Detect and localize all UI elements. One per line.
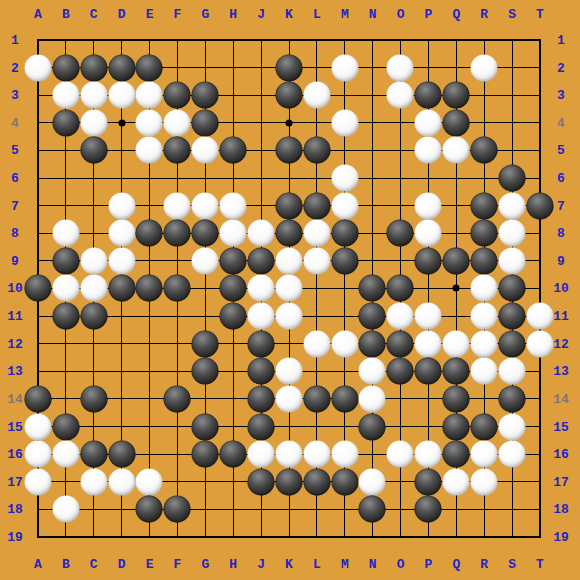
row-left-label-2: 2 <box>11 61 19 74</box>
row-left-label-18: 18 <box>7 503 23 516</box>
row-right-label-13: 13 <box>553 365 569 378</box>
column-bottom-label-J: J <box>257 558 265 571</box>
row-left-label-14: 14 <box>7 392 23 405</box>
column-top-label-J: J <box>257 8 265 21</box>
column-bottom-label-C: C <box>90 558 98 571</box>
row-right-label-7: 7 <box>557 199 565 212</box>
column-top-label-A: A <box>34 8 42 21</box>
row-left-label-3: 3 <box>11 89 19 102</box>
row-right-label-1: 1 <box>557 34 565 47</box>
go-board[interactable]: AABBCCDDEEFFGGHHJJKKLLMMNNOOPPQQRRSSTT11… <box>0 0 580 580</box>
column-top-label-G: G <box>201 8 209 21</box>
column-bottom-label-S: S <box>508 558 516 571</box>
row-right-label-18: 18 <box>553 503 569 516</box>
row-right-label-10: 10 <box>553 282 569 295</box>
row-left-label-9: 9 <box>11 254 19 267</box>
column-bottom-label-M: M <box>341 558 349 571</box>
column-top-label-P: P <box>425 8 433 21</box>
row-right-label-8: 8 <box>557 227 565 240</box>
column-top-label-E: E <box>146 8 154 21</box>
row-right-label-17: 17 <box>553 475 569 488</box>
row-left-label-7: 7 <box>11 199 19 212</box>
row-right-label-15: 15 <box>553 420 569 433</box>
column-bottom-label-L: L <box>313 558 321 571</box>
row-left-label-11: 11 <box>7 310 23 323</box>
row-right-label-14: 14 <box>553 392 569 405</box>
row-right-label-11: 11 <box>553 310 569 323</box>
row-right-label-4: 4 <box>557 116 565 129</box>
column-top-label-F: F <box>174 8 182 21</box>
column-bottom-label-H: H <box>229 558 237 571</box>
column-bottom-label-T: T <box>536 558 544 571</box>
row-left-label-8: 8 <box>11 227 19 240</box>
column-bottom-label-E: E <box>146 558 154 571</box>
column-bottom-label-G: G <box>201 558 209 571</box>
column-top-label-D: D <box>118 8 126 21</box>
column-top-label-R: R <box>480 8 488 21</box>
row-left-label-1: 1 <box>11 34 19 47</box>
row-left-label-17: 17 <box>7 475 23 488</box>
row-left-label-6: 6 <box>11 172 19 185</box>
row-left-label-13: 13 <box>7 365 23 378</box>
row-right-label-5: 5 <box>557 144 565 157</box>
column-bottom-label-N: N <box>369 558 377 571</box>
row-right-label-16: 16 <box>553 448 569 461</box>
column-bottom-label-P: P <box>425 558 433 571</box>
row-left-label-4: 4 <box>11 116 19 129</box>
column-bottom-label-F: F <box>174 558 182 571</box>
row-left-label-15: 15 <box>7 420 23 433</box>
column-top-label-K: K <box>285 8 293 21</box>
column-bottom-label-D: D <box>118 558 126 571</box>
row-right-label-6: 6 <box>557 172 565 185</box>
column-top-label-M: M <box>341 8 349 21</box>
row-left-label-16: 16 <box>7 448 23 461</box>
column-bottom-label-K: K <box>285 558 293 571</box>
row-right-label-3: 3 <box>557 89 565 102</box>
column-bottom-label-A: A <box>34 558 42 571</box>
column-bottom-label-Q: Q <box>452 558 460 571</box>
row-right-label-2: 2 <box>557 61 565 74</box>
row-left-label-10: 10 <box>7 282 23 295</box>
column-bottom-label-B: B <box>62 558 70 571</box>
row-left-label-19: 19 <box>7 530 23 543</box>
column-top-label-C: C <box>90 8 98 21</box>
coordinate-labels: AABBCCDDEEFFGGHHJJKKLLMMNNOOPPQQRRSSTT11… <box>0 0 580 580</box>
row-right-label-19: 19 <box>553 530 569 543</box>
column-top-label-H: H <box>229 8 237 21</box>
column-top-label-O: O <box>397 8 405 21</box>
row-left-label-12: 12 <box>7 337 23 350</box>
column-bottom-label-R: R <box>480 558 488 571</box>
row-right-label-12: 12 <box>553 337 569 350</box>
column-top-label-B: B <box>62 8 70 21</box>
row-left-label-5: 5 <box>11 144 19 157</box>
column-top-label-T: T <box>536 8 544 21</box>
column-top-label-Q: Q <box>452 8 460 21</box>
row-right-label-9: 9 <box>557 254 565 267</box>
column-top-label-N: N <box>369 8 377 21</box>
column-bottom-label-O: O <box>397 558 405 571</box>
column-top-label-S: S <box>508 8 516 21</box>
column-top-label-L: L <box>313 8 321 21</box>
